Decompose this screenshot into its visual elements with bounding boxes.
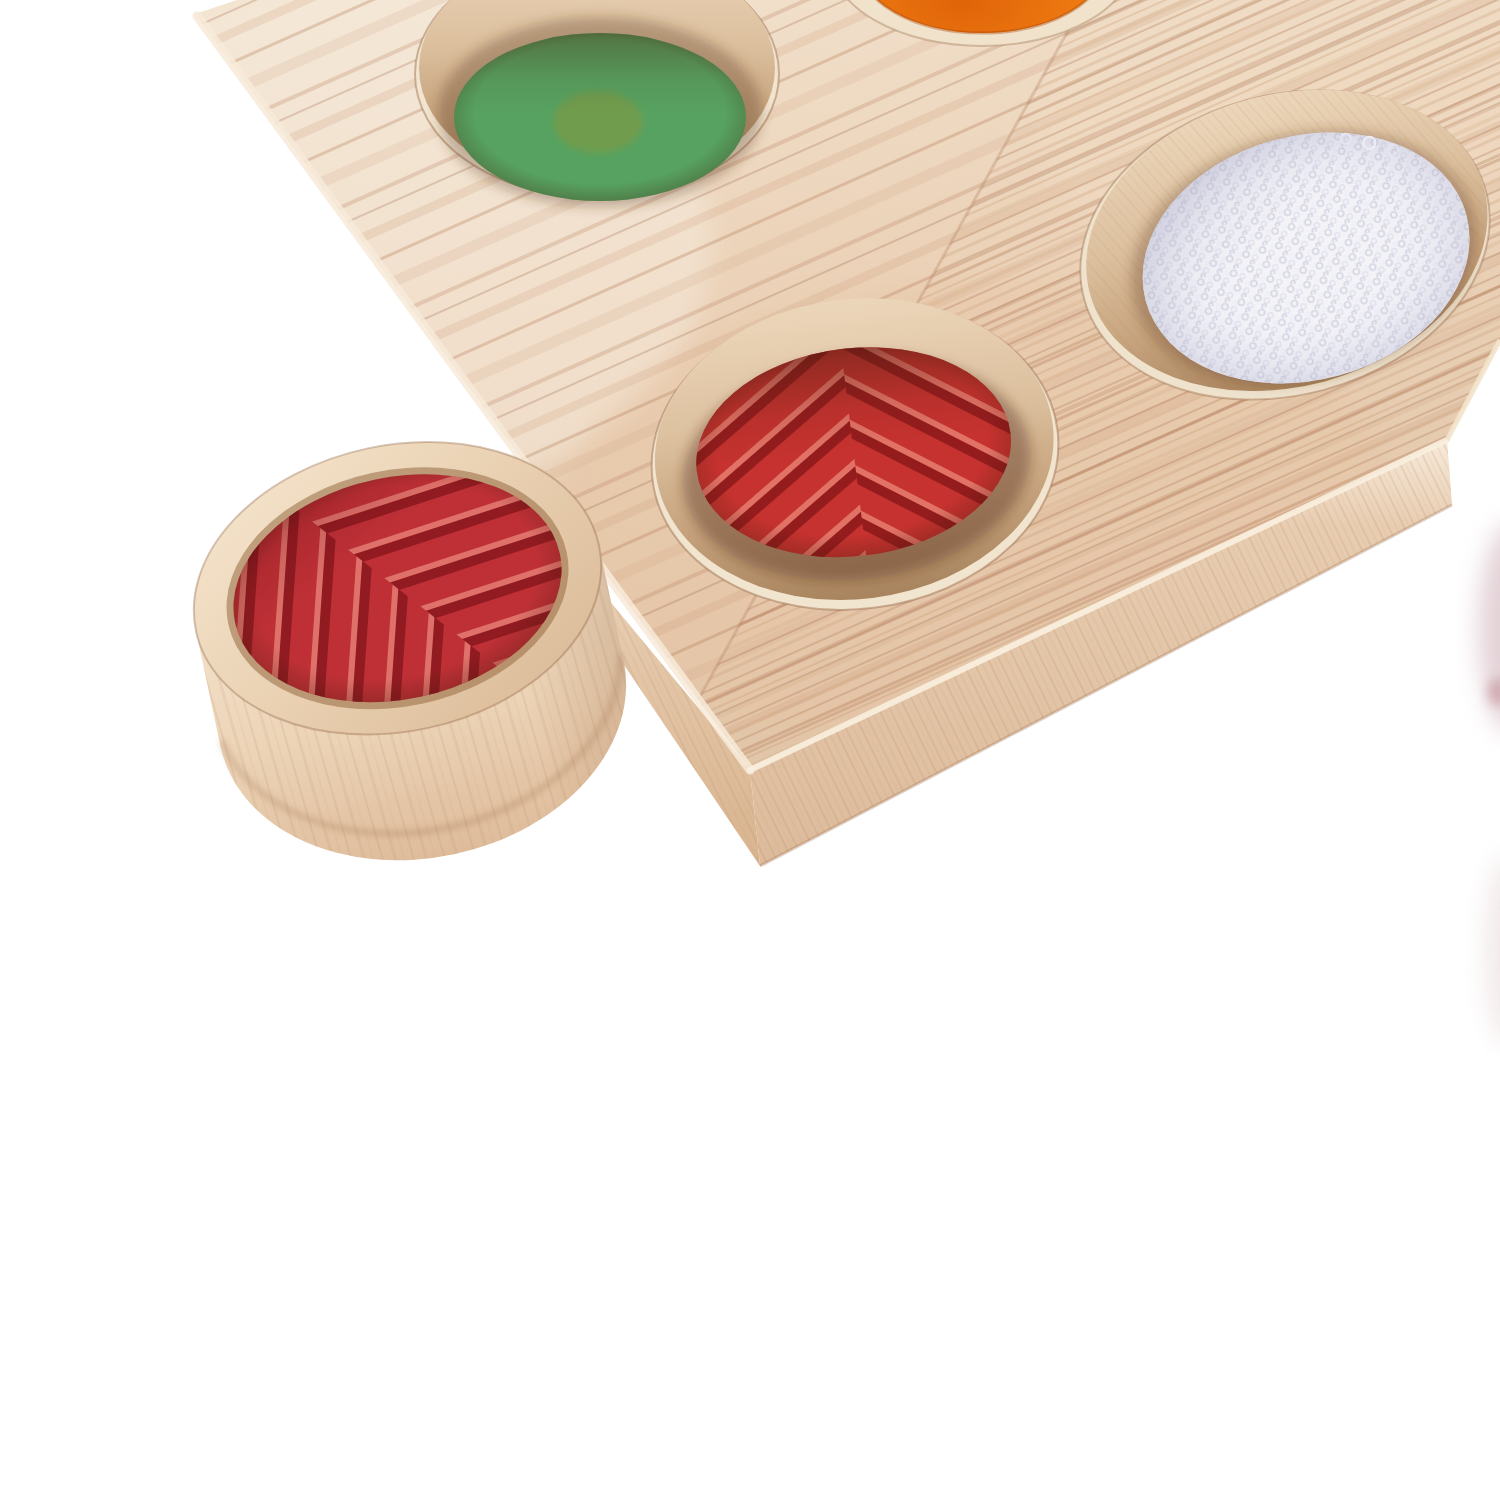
scene-background: [0, 0, 1500, 1500]
green-disc-edge-shade: [454, 33, 746, 201]
unidentified-piece-fragment: [1479, 523, 1500, 1045]
sensory-board-scene: [0, 0, 1500, 1500]
